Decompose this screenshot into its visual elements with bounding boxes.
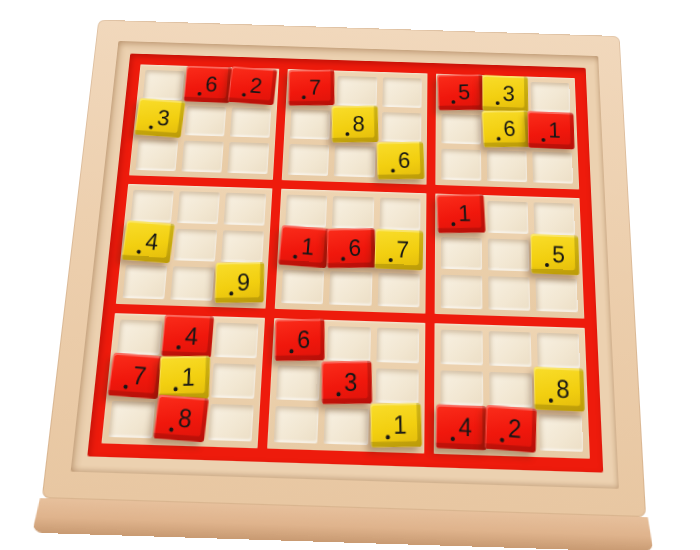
cell-r1c2[interactable]: 6 [188, 71, 229, 101]
tile-yellow-8-r2c5[interactable]: 8 [332, 105, 379, 142]
tile-yellow-9-r6c3[interactable]: 9 [215, 262, 265, 302]
tile-digit: 8 [556, 376, 570, 402]
cell-r9c6[interactable]: 1 [374, 409, 418, 446]
tile-yellow-3-r1c8[interactable]: 3 [482, 75, 528, 112]
cell-r9c3[interactable] [208, 404, 254, 441]
orientation-dot [173, 386, 177, 390]
sudoku-grid: 623786536149167154718631842 [101, 64, 589, 458]
cell-r1c9[interactable] [530, 82, 570, 112]
cell-r3c8[interactable] [487, 150, 527, 182]
tile-yellow-7-r5c6[interactable]: 7 [374, 229, 423, 270]
tile-red-6-r5c5[interactable]: 6 [327, 228, 375, 268]
cell-r2c4[interactable] [290, 109, 331, 140]
orientation-dot [136, 249, 141, 253]
cell-r7c7[interactable] [440, 330, 483, 365]
cell-r3c6[interactable]: 6 [380, 147, 420, 179]
cell-r8c5[interactable]: 3 [326, 366, 370, 402]
tile-red-4-r7c2[interactable]: 4 [161, 314, 214, 357]
cell-r5c6[interactable]: 7 [378, 235, 420, 269]
cell-r6c6[interactable] [377, 273, 419, 307]
orientation-dot [290, 349, 294, 353]
cell-r3c9[interactable] [532, 152, 573, 184]
tile-red-7-r1c4[interactable]: 7 [289, 70, 335, 106]
cell-r8c1[interactable]: 7 [113, 360, 159, 396]
box-9: 842 [433, 323, 589, 459]
orientation-dot [149, 125, 153, 129]
cell-r9c8[interactable]: 2 [489, 413, 533, 450]
tile-digit: 6 [204, 73, 218, 95]
orientation-dot [388, 257, 392, 261]
orientation-dot [495, 101, 499, 105]
orientation-dot [451, 100, 455, 104]
tile-digit: 5 [457, 81, 470, 102]
cell-r5c5[interactable]: 6 [331, 233, 373, 266]
tile-digit: 2 [507, 416, 521, 443]
orientation-dot [541, 137, 545, 141]
cell-r9c2[interactable]: 8 [158, 403, 204, 440]
cell-r3c5[interactable] [334, 146, 375, 178]
cell-r4c4[interactable] [286, 195, 328, 228]
tile-digit: 6 [397, 149, 410, 171]
orientation-dot [341, 256, 345, 260]
cell-r6c4[interactable] [281, 270, 324, 304]
tile-digit: 6 [349, 236, 362, 260]
tile-red-7-r8c1[interactable]: 7 [108, 352, 164, 398]
tile-digit: 9 [237, 270, 250, 294]
cell-r1c5[interactable] [337, 76, 377, 106]
box-2: 786 [282, 69, 427, 185]
tile-red-2-r9c8[interactable]: 2 [485, 405, 537, 452]
orientation-dot [197, 92, 201, 96]
cell-r1c7[interactable]: 5 [441, 79, 480, 109]
tile-digit: 1 [548, 119, 561, 141]
orientation-dot [242, 93, 246, 97]
orientation-dot [123, 384, 128, 389]
cell-r5c2[interactable] [174, 228, 218, 261]
cell-r4c1[interactable] [130, 190, 174, 223]
cell-r6c1[interactable] [123, 265, 168, 299]
tile-digit: 6 [502, 117, 516, 139]
tile-yellow-6-r2c8[interactable]: 6 [482, 110, 530, 147]
tile-red-6-r1c2[interactable]: 6 [184, 66, 233, 103]
cell-r8c7[interactable] [440, 370, 483, 406]
cell-r2c7[interactable] [441, 114, 481, 145]
tile-red-1-r4c7[interactable]: 1 [436, 194, 485, 233]
tile-red-1-r2c9[interactable]: 1 [528, 111, 575, 149]
box-4: 49 [116, 184, 273, 309]
cell-r1c3[interactable]: 2 [233, 73, 274, 103]
cell-r9c4[interactable] [274, 406, 319, 443]
tile-digit: 1 [392, 412, 406, 438]
tile-digit: 2 [249, 75, 263, 97]
cell-r5c4[interactable]: 1 [284, 232, 327, 265]
tile-digit: 1 [457, 202, 471, 225]
cell-r8c8[interactable] [489, 372, 532, 408]
cell-r3c7[interactable] [441, 149, 481, 181]
cell-r7c3[interactable] [214, 323, 259, 358]
cell-r4c7[interactable]: 1 [441, 199, 482, 232]
cell-r8c2[interactable]: 1 [162, 361, 208, 397]
cell-r9c1[interactable] [109, 401, 156, 438]
cell-r8c4[interactable] [276, 365, 320, 401]
tile-yellow-5-r5c9[interactable]: 5 [530, 233, 579, 274]
cell-r7c8[interactable] [489, 331, 532, 366]
tile-digit: 3 [156, 106, 171, 129]
tile-digit: 5 [552, 242, 565, 266]
tile-digit: 1 [181, 364, 195, 390]
tile-digit: 8 [353, 113, 365, 135]
tile-yellow-4-r5c1[interactable]: 4 [122, 220, 175, 263]
cell-r3c1[interactable] [135, 140, 178, 172]
cell-r7c1[interactable] [117, 319, 163, 354]
tile-red-6-r7c4[interactable]: 6 [275, 319, 325, 361]
orientation-dot [500, 438, 504, 443]
cell-r7c2[interactable]: 4 [166, 321, 211, 356]
box-3: 5361 [435, 74, 579, 190]
orientation-dot [549, 398, 553, 402]
cell-r7c5[interactable] [327, 326, 370, 361]
cell-r8c3[interactable] [211, 363, 256, 399]
cell-r9c5[interactable] [324, 408, 368, 445]
tile-yellow-3-r2c1[interactable]: 3 [134, 98, 185, 137]
tile-yellow-8-r8c9[interactable]: 8 [534, 366, 585, 411]
cell-r3c2[interactable] [182, 141, 224, 173]
tile-digit: 4 [458, 414, 472, 441]
cell-r6c5[interactable] [329, 272, 372, 306]
cell-r3c4[interactable] [288, 144, 329, 176]
cell-r4c5[interactable] [332, 196, 374, 229]
box-1: 623 [129, 64, 280, 180]
tile-yellow-1-r9c6[interactable]: 1 [370, 403, 422, 447]
tile-digit: 7 [131, 362, 148, 389]
cell-r9c7[interactable]: 4 [440, 412, 484, 449]
cell-r1c4[interactable]: 7 [292, 74, 332, 104]
cell-r8c6[interactable] [375, 368, 418, 404]
cell-r7c9[interactable] [537, 333, 580, 368]
tile-yellow-1-r8c2[interactable]: 1 [159, 355, 211, 398]
wooden-frame: 623786536149167154718631842 [42, 20, 646, 517]
cell-r6c9[interactable] [535, 278, 578, 312]
cell-r7c6[interactable] [376, 328, 419, 363]
orientation-dot [496, 136, 500, 140]
cell-r6c3[interactable]: 9 [218, 268, 262, 302]
sudoku-board: 623786536149167154718631842 [42, 20, 646, 517]
cell-r6c2[interactable] [170, 267, 214, 301]
tile-digit: 7 [309, 77, 321, 98]
cell-r4c8[interactable] [487, 201, 528, 234]
orientation-dot [390, 169, 394, 173]
cell-r5c7[interactable] [441, 237, 482, 271]
cell-r6c8[interactable] [488, 276, 530, 310]
tile-digit: 7 [395, 237, 408, 261]
orientation-dot [169, 427, 174, 432]
cell-r4c3[interactable] [224, 193, 267, 226]
tile-red-5-r1c7[interactable]: 5 [437, 74, 484, 110]
orientation-dot [337, 391, 341, 395]
box-5: 167 [275, 189, 426, 314]
cell-r2c6[interactable] [381, 112, 421, 143]
board-surface: 623786536149167154718631842 [71, 41, 619, 489]
cell-r7c4[interactable]: 6 [279, 325, 323, 360]
cell-r5c3[interactable] [221, 230, 264, 263]
cell-r8c9[interactable]: 8 [538, 373, 582, 409]
tile-red-8-r9c2[interactable]: 8 [153, 395, 209, 442]
tile-yellow-6-r3c6[interactable]: 6 [376, 142, 424, 179]
tile-red-4-r9c7[interactable]: 4 [435, 405, 486, 451]
tile-digit: 4 [144, 229, 160, 253]
cell-r2c9[interactable]: 1 [531, 117, 571, 148]
cell-r4c2[interactable] [177, 191, 220, 224]
cell-r1c1[interactable] [143, 70, 185, 100]
tile-red-3-r8c5[interactable]: 3 [322, 360, 372, 403]
product-photo-stage: 623786536149167154718631842 [0, 0, 700, 550]
orientation-dot [176, 345, 181, 349]
cell-r1c6[interactable] [382, 77, 422, 107]
box-8: 631 [267, 318, 425, 453]
cell-r5c8[interactable] [488, 238, 530, 272]
cell-r4c6[interactable] [379, 197, 420, 230]
red-grid-panel: 623786536149167154718631842 [87, 54, 603, 473]
orientation-dot [302, 95, 306, 99]
tile-digit: 4 [184, 323, 199, 349]
cell-r2c1[interactable]: 3 [139, 104, 181, 135]
cell-r5c1[interactable]: 4 [126, 227, 170, 260]
orientation-dot [293, 254, 297, 258]
tile-red-1-r5c4[interactable]: 1 [279, 225, 331, 268]
cell-r1c8[interactable]: 3 [486, 81, 526, 111]
orientation-dot [450, 437, 454, 442]
cell-r2c3[interactable] [230, 107, 271, 138]
orientation-dot [346, 132, 350, 136]
cell-r2c2[interactable] [185, 106, 227, 137]
cell-r3c3[interactable] [228, 142, 270, 174]
tile-digit: 8 [177, 405, 194, 432]
cell-r2c5[interactable]: 8 [336, 110, 376, 141]
tile-digit: 3 [344, 369, 357, 395]
cell-r2c8[interactable]: 6 [486, 115, 526, 146]
tile-red-2-r1c3[interactable]: 2 [228, 66, 278, 105]
orientation-dot [545, 262, 549, 266]
box-7: 4718 [101, 313, 265, 448]
cell-r4c9[interactable] [533, 202, 575, 235]
tile-digit: 3 [502, 83, 514, 105]
tile-digit: 1 [301, 234, 316, 259]
cell-r6c7[interactable] [440, 275, 482, 309]
cell-r9c9[interactable] [539, 415, 583, 452]
orientation-dot [229, 292, 233, 296]
orientation-dot [385, 435, 389, 439]
cell-r5c9[interactable]: 5 [534, 240, 576, 274]
tile-digit: 6 [297, 327, 310, 352]
orientation-dot [451, 222, 455, 226]
box-6: 15 [434, 194, 584, 319]
